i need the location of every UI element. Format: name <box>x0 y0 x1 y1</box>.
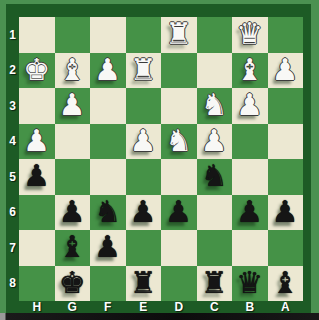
bottom-shadow-bar <box>0 313 319 320</box>
square-c5: ♞ <box>197 159 233 195</box>
piece-white-king-h2: ♚ <box>23 52 50 88</box>
square-a2: ♟ <box>268 53 304 89</box>
piece-black-pawn-e6: ♟ <box>130 194 157 230</box>
file-labels: HGFEDCBA <box>19 300 303 313</box>
square-h1 <box>19 17 55 53</box>
piece-black-pawn-a6: ♟ <box>272 194 299 230</box>
square-a8: ♝ <box>268 266 304 302</box>
piece-black-bishop-g7: ♝ <box>59 229 86 265</box>
piece-black-knight-f6: ♞ <box>94 194 121 230</box>
square-d3 <box>161 88 197 124</box>
rank-label-2: 2 <box>6 53 19 89</box>
square-f1 <box>90 17 126 53</box>
square-g2: ♝ <box>55 53 91 89</box>
square-g6: ♟ <box>55 195 91 231</box>
square-e8: ♜ <box>126 266 162 302</box>
piece-black-pawn-g6: ♟ <box>59 194 86 230</box>
square-h6 <box>19 195 55 231</box>
square-e5 <box>126 159 162 195</box>
square-f6: ♞ <box>90 195 126 231</box>
rank-label-6: 6 <box>6 195 19 231</box>
square-g8: ♚ <box>55 266 91 302</box>
piece-white-knight-d4: ♞ <box>165 123 192 159</box>
square-e7 <box>126 230 162 266</box>
piece-black-knight-c5: ♞ <box>201 158 228 194</box>
square-d6: ♟ <box>161 195 197 231</box>
square-d1: ♜ <box>161 17 197 53</box>
square-f8 <box>90 266 126 302</box>
square-c8: ♜ <box>197 266 233 302</box>
piece-white-bishop-b2: ♝ <box>236 52 263 88</box>
square-f3 <box>90 88 126 124</box>
square-g5 <box>55 159 91 195</box>
piece-white-pawn-c4: ♟ <box>201 123 228 159</box>
piece-black-bishop-a8: ♝ <box>272 265 299 301</box>
square-e1 <box>126 17 162 53</box>
square-b2: ♝ <box>232 53 268 89</box>
square-a3 <box>268 88 304 124</box>
piece-black-pawn-b6: ♟ <box>236 194 263 230</box>
square-a7 <box>268 230 304 266</box>
rank-label-7: 7 <box>6 230 19 266</box>
square-c2 <box>197 53 233 89</box>
square-b7 <box>232 230 268 266</box>
square-f5 <box>90 159 126 195</box>
rank-label-8: 8 <box>6 266 19 302</box>
square-f7: ♟ <box>90 230 126 266</box>
square-c1 <box>197 17 233 53</box>
square-h4: ♟ <box>19 124 55 160</box>
piece-black-rook-c8: ♜ <box>201 265 228 301</box>
square-e6: ♟ <box>126 195 162 231</box>
rank-label-3: 3 <box>6 88 19 124</box>
square-b3: ♟ <box>232 88 268 124</box>
square-c3: ♞ <box>197 88 233 124</box>
square-h8 <box>19 266 55 302</box>
chess-board: ♜♛♚♝♟♜♝♟♟♞♟♟♟♞♟♟♞♟♞♟♟♟♟♝♟♚♜♜♛♝ <box>19 17 303 301</box>
square-h5: ♟ <box>19 159 55 195</box>
square-d8 <box>161 266 197 302</box>
square-a5 <box>268 159 304 195</box>
square-h7 <box>19 230 55 266</box>
piece-black-king-g8: ♚ <box>59 265 86 301</box>
piece-black-queen-b8: ♛ <box>236 265 263 301</box>
rank-label-5: 5 <box>6 159 19 195</box>
square-h2: ♚ <box>19 53 55 89</box>
rank-labels: 12345678 <box>6 17 19 301</box>
piece-white-pawn-a2: ♟ <box>272 52 299 88</box>
rank-label-1: 1 <box>6 17 19 53</box>
piece-white-pawn-b3: ♟ <box>236 87 263 123</box>
piece-white-pawn-f2: ♟ <box>94 52 121 88</box>
piece-black-rook-e8: ♜ <box>130 265 157 301</box>
square-d4: ♞ <box>161 124 197 160</box>
piece-white-bishop-g2: ♝ <box>59 52 86 88</box>
rank-label-4: 4 <box>6 124 19 160</box>
board-frame: 12345678 ♜♛♚♝♟♜♝♟♟♞♟♟♟♞♟♟♞♟♞♟♟♟♟♝♟♚♜♜♛♝ … <box>0 0 319 320</box>
piece-white-knight-c3: ♞ <box>201 87 228 123</box>
file-label-b: B <box>232 300 268 314</box>
file-label-e: E <box>126 300 162 314</box>
square-g1 <box>55 17 91 53</box>
file-label-d: D <box>161 300 197 314</box>
square-a4 <box>268 124 304 160</box>
file-label-g: G <box>55 300 91 314</box>
square-b5 <box>232 159 268 195</box>
square-b8: ♛ <box>232 266 268 302</box>
square-d5 <box>161 159 197 195</box>
piece-white-rook-d1: ♜ <box>165 16 192 52</box>
square-a1 <box>268 17 304 53</box>
square-c4: ♟ <box>197 124 233 160</box>
piece-white-rook-e2: ♜ <box>130 52 157 88</box>
square-f2: ♟ <box>90 53 126 89</box>
square-c6 <box>197 195 233 231</box>
square-g7: ♝ <box>55 230 91 266</box>
file-label-c: C <box>197 300 233 314</box>
square-b6: ♟ <box>232 195 268 231</box>
square-d7 <box>161 230 197 266</box>
piece-white-pawn-e4: ♟ <box>130 123 157 159</box>
piece-black-pawn-d6: ♟ <box>165 194 192 230</box>
square-c7 <box>197 230 233 266</box>
square-d2 <box>161 53 197 89</box>
file-label-a: A <box>268 300 304 314</box>
square-e2: ♜ <box>126 53 162 89</box>
square-b4 <box>232 124 268 160</box>
piece-white-queen-b1: ♛ <box>236 16 263 52</box>
square-a6: ♟ <box>268 195 304 231</box>
square-g3: ♟ <box>55 88 91 124</box>
square-e3 <box>126 88 162 124</box>
file-label-f: F <box>90 300 126 314</box>
piece-white-pawn-g3: ♟ <box>59 87 86 123</box>
square-h3 <box>19 88 55 124</box>
square-g4 <box>55 124 91 160</box>
square-e4: ♟ <box>126 124 162 160</box>
square-f4 <box>90 124 126 160</box>
file-label-h: H <box>19 300 55 314</box>
square-b1: ♛ <box>232 17 268 53</box>
piece-black-pawn-h5: ♟ <box>23 158 50 194</box>
piece-white-pawn-h4: ♟ <box>23 123 50 159</box>
piece-black-pawn-f7: ♟ <box>94 229 121 265</box>
